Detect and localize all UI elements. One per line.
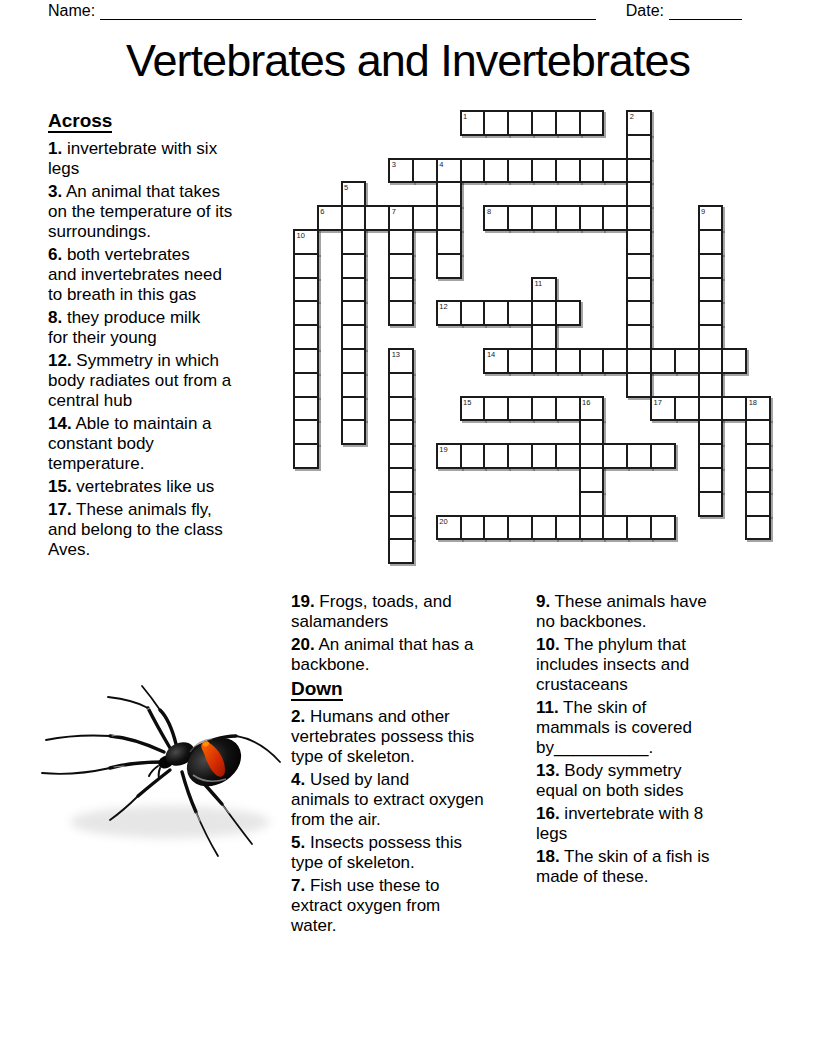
- cell-r17-c8[interactable]: [483, 515, 509, 541]
- cell-r12-c7[interactable]: 15: [460, 396, 486, 422]
- cell-r4-c9[interactable]: [507, 205, 533, 231]
- cell-r8-c0[interactable]: [293, 300, 319, 326]
- clue-number-18: 18: [749, 398, 757, 407]
- cell-r8-c2[interactable]: [341, 300, 367, 326]
- cell-r8-c17[interactable]: [698, 300, 724, 326]
- cell-r10-c16[interactable]: [674, 348, 700, 374]
- cell-r10-c13[interactable]: [602, 348, 628, 374]
- cell-r13-c12[interactable]: [579, 419, 605, 445]
- cell-r6-c2[interactable]: [341, 253, 367, 279]
- clue-17: 17. These animals fly, and belong to the…: [48, 500, 288, 560]
- cell-r10-c17[interactable]: [698, 348, 724, 374]
- cell-r0-c10[interactable]: [531, 110, 557, 136]
- cell-r17-c11[interactable]: [555, 515, 581, 541]
- cell-r12-c0[interactable]: [293, 396, 319, 422]
- cell-r14-c0[interactable]: [293, 443, 319, 469]
- clue-number-9: 9: [701, 207, 705, 216]
- clue-8: 8. they produce milk for their young: [48, 308, 288, 348]
- cell-r12-c9[interactable]: [507, 396, 533, 422]
- cell-r2-c7[interactable]: [460, 158, 486, 184]
- cell-r12-c11[interactable]: [555, 396, 581, 422]
- cell-r4-c2[interactable]: [341, 205, 367, 231]
- cell-r5-c14[interactable]: [626, 229, 652, 255]
- cell-r8-c4[interactable]: [388, 300, 414, 326]
- page-title: Vertebrates and Invertebrates: [0, 36, 816, 86]
- cell-r10-c0[interactable]: [293, 348, 319, 374]
- cell-r0-c7[interactable]: 1: [460, 110, 486, 136]
- cell-r12-c12[interactable]: 16: [579, 396, 605, 422]
- cell-r6-c17[interactable]: [698, 253, 724, 279]
- across-heading: Across: [48, 110, 288, 133]
- cell-r9-c2[interactable]: [341, 324, 367, 350]
- cell-r11-c2[interactable]: [341, 372, 367, 398]
- cell-r2-c13[interactable]: [602, 158, 628, 184]
- cell-r13-c2[interactable]: [341, 419, 367, 445]
- cell-r15-c12[interactable]: [579, 467, 605, 493]
- clue-column-3: 9. These animals have no backbones.10. T…: [536, 592, 776, 890]
- cell-r12-c17[interactable]: [698, 396, 724, 422]
- cell-r2-c9[interactable]: [507, 158, 533, 184]
- clue-number-5: 5: [344, 183, 348, 192]
- cell-r14-c13[interactable]: [602, 443, 628, 469]
- cell-r13-c17[interactable]: [698, 419, 724, 445]
- cell-r16-c19[interactable]: [745, 491, 771, 517]
- clue-20: 20. An animal that has a backbone.: [291, 635, 534, 675]
- cell-r9-c14[interactable]: [626, 324, 652, 350]
- clue-number-3: 3: [392, 160, 396, 169]
- cell-r10-c15[interactable]: [650, 348, 676, 374]
- cell-r14-c9[interactable]: [507, 443, 533, 469]
- cell-r0-c12[interactable]: [579, 110, 605, 136]
- cell-r4-c4[interactable]: 7: [388, 205, 414, 231]
- crossword-grid: 1234567891011121314151617181920: [293, 110, 773, 566]
- name-blank-line[interactable]: [100, 2, 596, 20]
- cell-r15-c4[interactable]: [388, 467, 414, 493]
- cell-r12-c4[interactable]: [388, 396, 414, 422]
- cell-r14-c6[interactable]: 19: [436, 443, 462, 469]
- clue-number-8: 8: [487, 207, 491, 216]
- cell-r16-c17[interactable]: [698, 491, 724, 517]
- cell-r17-c14[interactable]: [626, 515, 652, 541]
- clue-number-7: 7: [392, 207, 396, 216]
- cell-r5-c17[interactable]: [698, 229, 724, 255]
- cell-r6-c14[interactable]: [626, 253, 652, 279]
- cell-r16-c12[interactable]: [579, 491, 605, 517]
- cell-r12-c18[interactable]: [721, 396, 747, 422]
- cell-r4-c13[interactable]: [602, 205, 628, 231]
- cell-r17-c10[interactable]: [531, 515, 557, 541]
- cell-r8-c10[interactable]: [531, 300, 557, 326]
- cell-r10-c8[interactable]: 14: [483, 348, 509, 374]
- cell-r13-c4[interactable]: [388, 419, 414, 445]
- cell-r17-c12[interactable]: [579, 515, 605, 541]
- cell-r6-c6[interactable]: [436, 253, 462, 279]
- cell-r2-c12[interactable]: [579, 158, 605, 184]
- date-label: Date:: [626, 2, 664, 20]
- clue-number-10: 10: [297, 231, 305, 240]
- cell-r4-c12[interactable]: [579, 205, 605, 231]
- cell-r12-c8[interactable]: [483, 396, 509, 422]
- cell-r5-c2[interactable]: [341, 229, 367, 255]
- clue-number-14: 14: [487, 350, 495, 359]
- cell-r12-c2[interactable]: [341, 396, 367, 422]
- cell-r5-c6[interactable]: [436, 229, 462, 255]
- clue-3: 3. An animal that takes on the temperatu…: [48, 182, 288, 242]
- cell-r3-c6[interactable]: [436, 181, 462, 207]
- cell-r2-c5[interactable]: [412, 158, 438, 184]
- cell-r13-c0[interactable]: [293, 419, 319, 445]
- cell-r12-c16[interactable]: [674, 396, 700, 422]
- clue-number-19: 19: [439, 445, 447, 454]
- clue-1: 1. invertebrate with six legs: [48, 139, 288, 179]
- date-blank-line[interactable]: [669, 2, 742, 20]
- clue-16: 16. invertebrate with 8 legs: [536, 804, 776, 844]
- cell-r7-c4[interactable]: [388, 277, 414, 303]
- cell-r4-c3[interactable]: [364, 205, 390, 231]
- cell-r17-c9[interactable]: [507, 515, 533, 541]
- cell-r9-c17[interactable]: [698, 324, 724, 350]
- cell-r10-c12[interactable]: [579, 348, 605, 374]
- cell-r1-c14[interactable]: [626, 134, 652, 160]
- clue-number-4: 4: [439, 160, 443, 169]
- cell-r6-c4[interactable]: [388, 253, 414, 279]
- cell-r14-c19[interactable]: [745, 443, 771, 469]
- cell-r8-c14[interactable]: [626, 300, 652, 326]
- cell-r10-c14[interactable]: [626, 348, 652, 374]
- cell-r4-c1[interactable]: 6: [317, 205, 343, 231]
- cell-r14-c11[interactable]: [555, 443, 581, 469]
- cell-r2-c14[interactable]: [626, 158, 652, 184]
- cell-r9-c10[interactable]: [531, 324, 557, 350]
- cell-r18-c4[interactable]: [388, 538, 414, 564]
- cell-r5-c0[interactable]: 10: [293, 229, 319, 255]
- clue-number-13: 13: [392, 350, 400, 359]
- clue-12: 12. Symmetry in which body radiates out …: [48, 351, 288, 411]
- cell-r11-c14[interactable]: [626, 372, 652, 398]
- clue-13: 13. Body symmetry equal on both sides: [536, 761, 776, 801]
- cell-r8-c9[interactable]: [507, 300, 533, 326]
- cell-r7-c0[interactable]: [293, 277, 319, 303]
- down-heading: Down: [291, 678, 534, 701]
- cell-r5-c4[interactable]: [388, 229, 414, 255]
- clue-6: 6. both vertebrates and invertebrates ne…: [48, 245, 288, 305]
- cell-r4-c17[interactable]: 9: [698, 205, 724, 231]
- clue-4: 4. Used by land animals to extract oxyge…: [291, 770, 534, 830]
- clue-7: 7. Fish use these to extract oxygen from…: [291, 876, 534, 936]
- cell-r2-c10[interactable]: [531, 158, 557, 184]
- cell-r17-c19[interactable]: [745, 515, 771, 541]
- cell-r0-c8[interactable]: [483, 110, 509, 136]
- cell-r11-c17[interactable]: [698, 372, 724, 398]
- cell-r15-c19[interactable]: [745, 467, 771, 493]
- cell-r10-c18[interactable]: [721, 348, 747, 374]
- cell-r7-c17[interactable]: [698, 277, 724, 303]
- clue-number-20: 20: [439, 517, 447, 526]
- clue-2: 2. Humans and other vertebrates possess …: [291, 707, 534, 767]
- cell-r8-c11[interactable]: [555, 300, 581, 326]
- cell-r4-c14[interactable]: [626, 205, 652, 231]
- cell-r14-c15[interactable]: [650, 443, 676, 469]
- cell-r4-c8[interactable]: 8: [483, 205, 509, 231]
- cell-r2-c6[interactable]: 4: [436, 158, 462, 184]
- spider-image: [30, 672, 286, 872]
- cell-r17-c13[interactable]: [602, 515, 628, 541]
- cell-r0-c9[interactable]: [507, 110, 533, 136]
- cell-r12-c15[interactable]: 17: [650, 396, 676, 422]
- cell-r17-c15[interactable]: [650, 515, 676, 541]
- cell-r9-c0[interactable]: [293, 324, 319, 350]
- cell-r13-c19[interactable]: [745, 419, 771, 445]
- cell-r14-c10[interactable]: [531, 443, 557, 469]
- cell-r0-c11[interactable]: [555, 110, 581, 136]
- cell-r2-c11[interactable]: [555, 158, 581, 184]
- cell-r12-c10[interactable]: [531, 396, 557, 422]
- cell-r14-c7[interactable]: [460, 443, 486, 469]
- cell-r7-c14[interactable]: [626, 277, 652, 303]
- cell-r4-c6[interactable]: [436, 205, 462, 231]
- clue-number-17: 17: [654, 398, 662, 407]
- clue-9: 9. These animals have no backbones.: [536, 592, 776, 632]
- cell-r10-c10[interactable]: [531, 348, 557, 374]
- cell-r17-c6[interactable]: 20: [436, 515, 462, 541]
- clue-number-16: 16: [582, 398, 590, 407]
- name-label: Name:: [48, 2, 95, 20]
- clue-column-1: Across1. invertebrate with six legs3. An…: [48, 110, 288, 563]
- cell-r15-c17[interactable]: [698, 467, 724, 493]
- cell-r14-c8[interactable]: [483, 443, 509, 469]
- cell-r2-c4[interactable]: 3: [388, 158, 414, 184]
- clue-11: 11. The skin of mammals is covered by___…: [536, 698, 776, 758]
- clue-15: 15. vertebrates like us: [48, 477, 288, 497]
- cell-r8-c6[interactable]: 12: [436, 300, 462, 326]
- spider-shadow: [70, 806, 270, 838]
- cell-r4-c10[interactable]: [531, 205, 557, 231]
- clue-18: 18. The skin of a fish is made of these.: [536, 847, 776, 887]
- clue-number-11: 11: [535, 279, 543, 288]
- cell-r14-c17[interactable]: [698, 443, 724, 469]
- clue-19: 19. Frogs, toads, and salamanders: [291, 592, 534, 632]
- cell-r2-c8[interactable]: [483, 158, 509, 184]
- cell-r12-c19[interactable]: 18: [745, 396, 771, 422]
- clue-number-6: 6: [320, 207, 324, 216]
- cell-r10-c2[interactable]: [341, 348, 367, 374]
- cell-r8-c8[interactable]: [483, 300, 509, 326]
- clue-number-15: 15: [463, 398, 471, 407]
- cell-r17-c4[interactable]: [388, 515, 414, 541]
- name-date-row: Name: Date:: [48, 2, 742, 20]
- cell-r0-c14[interactable]: 2: [626, 110, 652, 136]
- clue-column-2: 19. Frogs, toads, and salamanders20. An …: [291, 592, 534, 939]
- cell-r6-c0[interactable]: [293, 253, 319, 279]
- cell-r4-c5[interactable]: [412, 205, 438, 231]
- clue-10: 10. The phylum that includes insects and…: [536, 635, 776, 695]
- cell-r14-c14[interactable]: [626, 443, 652, 469]
- cell-r7-c2[interactable]: [341, 277, 367, 303]
- cell-r14-c4[interactable]: [388, 443, 414, 469]
- cell-r11-c4[interactable]: [388, 372, 414, 398]
- cell-r11-c0[interactable]: [293, 372, 319, 398]
- cell-r10-c9[interactable]: [507, 348, 533, 374]
- cell-r8-c7[interactable]: [460, 300, 486, 326]
- cell-r4-c11[interactable]: [555, 205, 581, 231]
- clue-number-12: 12: [439, 302, 447, 311]
- clue-number-1: 1: [463, 112, 467, 121]
- clue-number-2: 2: [630, 112, 634, 121]
- cell-r14-c12[interactable]: [579, 443, 605, 469]
- clue-5: 5. Insects possess this type of skeleton…: [291, 833, 534, 873]
- worksheet-page: Name: Date: Vertebrates and Invertebrate…: [0, 0, 816, 1056]
- clue-14: 14. Able to maintain a constant body tem…: [48, 414, 288, 474]
- cell-r3-c14[interactable]: [626, 181, 652, 207]
- cell-r17-c7[interactable]: [460, 515, 486, 541]
- cell-r10-c4[interactable]: 13: [388, 348, 414, 374]
- cell-r3-c2[interactable]: 5: [341, 181, 367, 207]
- cell-r7-c10[interactable]: 11: [531, 277, 557, 303]
- cell-r10-c11[interactable]: [555, 348, 581, 374]
- cell-r16-c4[interactable]: [388, 491, 414, 517]
